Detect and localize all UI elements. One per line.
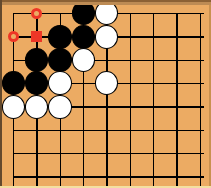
go-board-diagram xyxy=(0,0,211,188)
go-stone-white xyxy=(95,25,118,48)
go-stone-black xyxy=(2,72,25,95)
go-stone-white xyxy=(2,95,25,118)
go-stone-white-glyph xyxy=(48,95,71,119)
go-stone-white-glyph xyxy=(72,48,95,72)
go-stone-white-glyph xyxy=(25,95,48,119)
marker-circle-glyph xyxy=(31,8,43,20)
go-stone-white-glyph xyxy=(48,71,71,95)
board-right-edge xyxy=(209,0,211,188)
go-stone-black-glyph xyxy=(72,1,95,25)
go-stone-black-glyph xyxy=(48,48,71,72)
marker-circle xyxy=(2,25,25,48)
go-stone-black xyxy=(48,48,71,71)
marker-circle-glyph xyxy=(8,31,20,43)
board-top-edge-light xyxy=(0,2,211,5)
go-stone-white-glyph xyxy=(95,25,118,49)
go-stone-white-glyph xyxy=(95,71,118,95)
go-stone-white-glyph xyxy=(2,95,25,119)
go-stone-black-glyph xyxy=(25,48,48,72)
marker-square xyxy=(25,25,48,48)
go-stone-black xyxy=(25,48,48,71)
go-stone-white xyxy=(48,95,71,118)
go-stone-black xyxy=(48,25,71,48)
go-stone-white xyxy=(25,95,48,118)
go-stone-black xyxy=(25,72,48,95)
marker-square-glyph xyxy=(31,31,42,42)
go-stone-black xyxy=(72,25,95,48)
go-stone-white xyxy=(48,72,71,95)
go-stone-black xyxy=(72,2,95,25)
go-stone-black-glyph xyxy=(2,71,25,95)
go-stone-black-glyph xyxy=(48,25,71,49)
go-stone-white-glyph xyxy=(95,1,118,25)
board-bottom-edge xyxy=(0,186,211,188)
go-stone-black-glyph xyxy=(25,71,48,95)
go-stone-white xyxy=(95,72,118,95)
go-stone-black-glyph xyxy=(72,25,95,49)
go-stone-white xyxy=(72,48,95,71)
marker-circle xyxy=(25,2,48,25)
go-stone-white xyxy=(95,2,118,25)
stones-layer xyxy=(2,2,211,188)
board-left-edge xyxy=(0,0,2,188)
